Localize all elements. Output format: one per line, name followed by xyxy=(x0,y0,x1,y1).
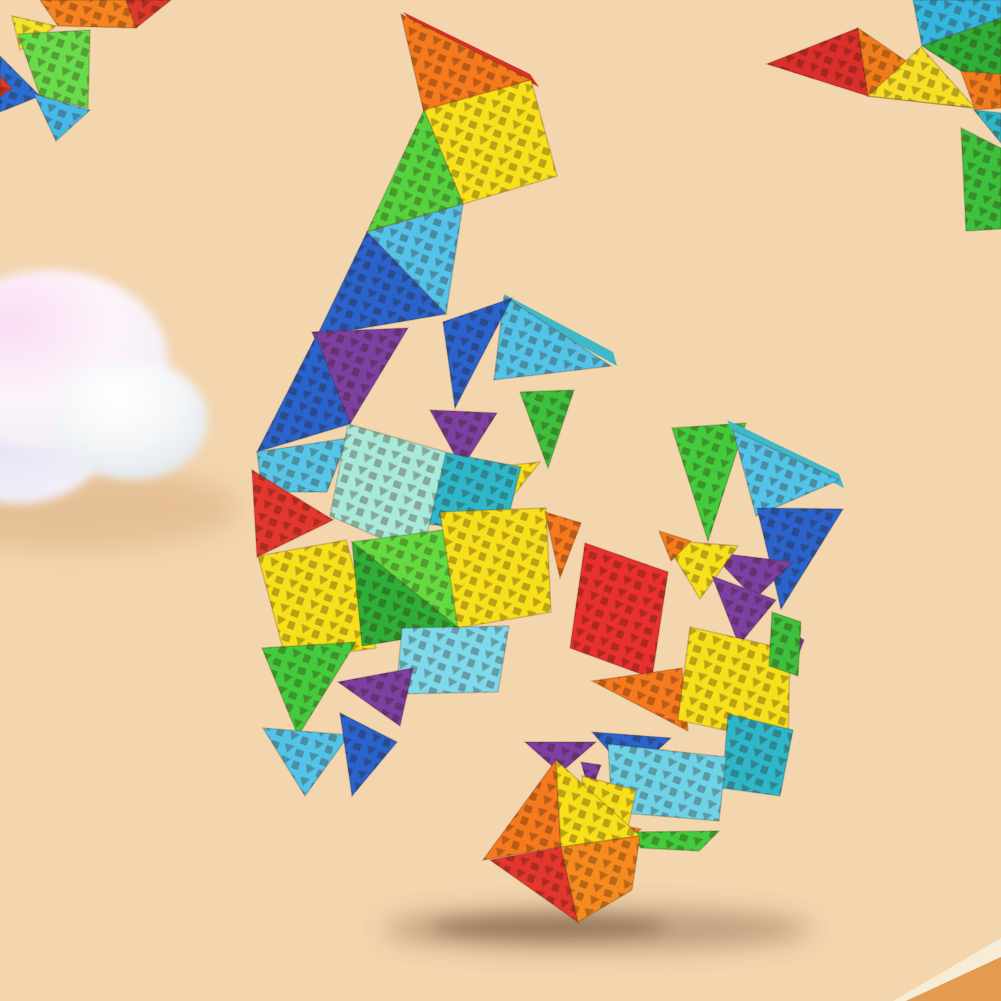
drop-shadow-core xyxy=(430,915,666,939)
scene xyxy=(0,0,1001,1001)
cloud-lobe-right xyxy=(56,360,208,480)
cluster-cyan-bottom-lattice xyxy=(396,626,509,694)
cluster-yellow-mid-lattice xyxy=(440,508,551,628)
rc-green-face-lattice xyxy=(769,612,801,676)
product-photo xyxy=(0,0,1001,1001)
